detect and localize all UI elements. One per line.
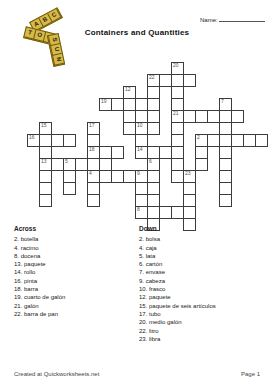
crossword-cell	[172, 123, 184, 135]
empty-space	[208, 63, 220, 75]
empty-space	[256, 195, 268, 207]
across-clues: Across 2. botella4. racimo8. docena13. p…	[14, 225, 134, 318]
clue-item: 22. litro	[139, 327, 269, 335]
name-field: Name:	[200, 15, 265, 23]
empty-space	[76, 207, 88, 219]
empty-space	[52, 183, 64, 195]
empty-space	[256, 75, 268, 87]
empty-space	[244, 123, 256, 135]
empty-space	[208, 99, 220, 111]
crossword-cell	[196, 111, 208, 123]
clue-item: 12. paquete	[139, 293, 269, 301]
crossword-cell: 22	[148, 75, 160, 87]
empty-space	[208, 75, 220, 87]
empty-space	[40, 99, 52, 111]
clue-item: 8. docena	[14, 252, 134, 260]
empty-space	[100, 63, 112, 75]
empty-space	[40, 207, 52, 219]
empty-space	[52, 207, 64, 219]
crossword-cell: 15	[40, 123, 52, 135]
crossword-cell	[112, 99, 124, 111]
empty-space	[64, 123, 76, 135]
empty-space	[208, 171, 220, 183]
clue-number: 18	[89, 147, 95, 152]
clue-item: 2. botella	[14, 235, 134, 243]
empty-space	[76, 195, 88, 207]
crossword-cell	[160, 147, 172, 159]
empty-space	[256, 147, 268, 159]
crossword-cell	[220, 111, 232, 123]
clue-item: 22. barra de pan	[14, 310, 134, 318]
crossword-table: 202212197211517101621814135649238	[27, 62, 268, 231]
empty-space	[256, 123, 268, 135]
crossword-cell	[124, 111, 136, 123]
down-clues: Down 2. bolsa4. caja5. lata6. cartón7. e…	[139, 225, 269, 343]
clue-item: 10. frasco	[139, 285, 269, 293]
clue-number: 10	[137, 123, 143, 128]
empty-space	[124, 135, 136, 147]
empty-space	[52, 63, 64, 75]
crossword-cell	[220, 195, 232, 207]
crossword-cell	[52, 135, 64, 147]
empty-space	[88, 87, 100, 99]
crossword-cell	[220, 135, 232, 147]
empty-space	[196, 87, 208, 99]
empty-space	[76, 171, 88, 183]
crossword-cell: 19	[100, 99, 112, 111]
crossword-cell	[112, 171, 124, 183]
crossword-cell: 18	[88, 147, 100, 159]
empty-space	[136, 87, 148, 99]
crossword-cell	[160, 75, 172, 87]
clue-number: 21	[173, 111, 179, 116]
empty-space	[124, 183, 136, 195]
crossword-cell	[64, 171, 76, 183]
crossword-cell: 7	[220, 99, 232, 111]
empty-space	[52, 147, 64, 159]
empty-space	[112, 159, 124, 171]
empty-space	[220, 207, 232, 219]
clue-number: 13	[41, 159, 47, 164]
crossword-cell	[76, 159, 88, 171]
name-label: Name:	[200, 17, 218, 23]
empty-space	[196, 123, 208, 135]
empty-space	[256, 87, 268, 99]
empty-space	[76, 87, 88, 99]
crossword-cell	[220, 183, 232, 195]
crossword-cell	[148, 111, 160, 123]
crossword-cell	[88, 183, 100, 195]
empty-space	[76, 147, 88, 159]
crossword-cell: 4	[88, 171, 100, 183]
crossword-cell	[232, 111, 244, 123]
empty-space	[184, 123, 196, 135]
empty-space	[160, 111, 172, 123]
empty-space	[220, 75, 232, 87]
empty-space	[208, 87, 220, 99]
crossword-cell	[148, 99, 160, 111]
crossword-cell	[148, 147, 160, 159]
empty-space	[76, 183, 88, 195]
crossword-cell	[184, 207, 196, 219]
empty-space	[256, 207, 268, 219]
clue-number: 5	[65, 159, 68, 164]
empty-space	[28, 75, 40, 87]
crossword-cell	[88, 159, 100, 171]
empty-space	[160, 123, 172, 135]
empty-space	[208, 207, 220, 219]
empty-space	[256, 63, 268, 75]
clue-number: 23	[185, 171, 191, 176]
empty-space	[196, 171, 208, 183]
clue-number: 14	[137, 147, 143, 152]
crossword-cell: 20	[172, 63, 184, 75]
crossword-cell	[40, 195, 52, 207]
empty-space	[28, 111, 40, 123]
crossword-cell: 16	[28, 135, 40, 147]
footer-page-number: Page 1	[241, 371, 260, 377]
empty-space	[112, 111, 124, 123]
crossword-cell	[40, 147, 52, 159]
crossword-cell	[172, 159, 184, 171]
empty-space	[28, 171, 40, 183]
empty-space	[100, 183, 112, 195]
clue-item: 2. bolsa	[139, 235, 269, 243]
crossword-cell	[160, 207, 172, 219]
crossword-cell	[148, 195, 160, 207]
crossword-cell	[256, 135, 268, 147]
clue-item: 18. barra	[14, 285, 134, 293]
empty-space	[88, 207, 100, 219]
clue-number: 2	[197, 135, 200, 140]
crossword-cell	[88, 135, 100, 147]
clue-number: 7	[221, 99, 224, 104]
crossword-cell	[136, 135, 148, 147]
crossword-cell	[184, 183, 196, 195]
crossword-cell	[184, 111, 196, 123]
crossword-cell: 5	[64, 159, 76, 171]
crossword-cell	[184, 195, 196, 207]
empty-space	[28, 183, 40, 195]
clue-item: 23. libra	[139, 335, 269, 343]
crossword-cell	[172, 207, 184, 219]
empty-space	[112, 123, 124, 135]
empty-space	[52, 195, 64, 207]
crossword-cell: 2	[196, 135, 208, 147]
empty-space	[112, 183, 124, 195]
empty-space	[232, 99, 244, 111]
empty-space	[232, 195, 244, 207]
empty-space	[100, 123, 112, 135]
empty-space	[76, 75, 88, 87]
empty-space	[100, 135, 112, 147]
empty-space	[112, 75, 124, 87]
empty-space	[232, 183, 244, 195]
clue-number: 12	[125, 87, 131, 92]
empty-space	[244, 195, 256, 207]
crossword-cell	[148, 123, 160, 135]
clue-item: 13. paquete	[14, 260, 134, 268]
empty-space	[124, 63, 136, 75]
crossword-cell	[124, 123, 136, 135]
empty-space	[244, 111, 256, 123]
empty-space	[160, 171, 172, 183]
empty-space	[40, 111, 52, 123]
empty-space	[160, 195, 172, 207]
page-title: Containers and Quantities	[0, 28, 274, 37]
empty-space	[184, 87, 196, 99]
empty-space	[64, 75, 76, 87]
crossword-cell	[172, 87, 184, 99]
empty-space	[124, 75, 136, 87]
clue-number: 19	[101, 99, 107, 104]
empty-space	[256, 171, 268, 183]
empty-space	[184, 159, 196, 171]
empty-space	[232, 147, 244, 159]
empty-space	[244, 183, 256, 195]
empty-space	[232, 123, 244, 135]
empty-space	[64, 207, 76, 219]
empty-space	[52, 171, 64, 183]
empty-space	[184, 99, 196, 111]
crossword-cell	[64, 183, 76, 195]
empty-space	[256, 183, 268, 195]
crossword-cell	[148, 207, 160, 219]
empty-space	[28, 159, 40, 171]
empty-space	[196, 207, 208, 219]
crossword-grid: 202212197211517101621814135649238	[27, 62, 268, 231]
empty-space	[52, 111, 64, 123]
crossword-cell	[100, 159, 112, 171]
clue-number: 16	[29, 135, 35, 140]
empty-space	[124, 207, 136, 219]
crossword-cell	[112, 147, 124, 159]
crossword-cell	[244, 135, 256, 147]
clue-item: 19. cuarto de galón	[14, 293, 134, 301]
empty-space	[40, 63, 52, 75]
empty-space	[220, 63, 232, 75]
crossword-cell	[172, 75, 184, 87]
empty-space	[100, 111, 112, 123]
crossword-cell	[100, 171, 112, 183]
empty-space	[88, 63, 100, 75]
crossword-cell	[220, 123, 232, 135]
empty-space	[76, 111, 88, 123]
clue-number: 17	[89, 123, 95, 128]
empty-space	[172, 195, 184, 207]
empty-space	[64, 195, 76, 207]
empty-space	[100, 195, 112, 207]
crossword-cell	[220, 171, 232, 183]
crossword-cell	[172, 99, 184, 111]
down-title: Down	[139, 225, 269, 233]
empty-space	[64, 111, 76, 123]
crossword-cell	[148, 183, 160, 195]
across-title: Across	[14, 225, 134, 233]
empty-space	[184, 147, 196, 159]
empty-space	[220, 87, 232, 99]
crossword-cell: 12	[124, 87, 136, 99]
empty-space	[28, 207, 40, 219]
crossword-cell	[172, 147, 184, 159]
clue-item: 5. lata	[139, 252, 269, 260]
empty-space	[100, 87, 112, 99]
crossword-cell	[52, 159, 64, 171]
empty-space	[52, 87, 64, 99]
empty-space	[160, 87, 172, 99]
crossword-cell	[40, 171, 52, 183]
empty-space	[256, 99, 268, 111]
empty-space	[232, 87, 244, 99]
empty-space	[136, 111, 148, 123]
crossword-cell	[232, 135, 244, 147]
empty-space	[208, 183, 220, 195]
crossword-cell	[172, 171, 184, 183]
clue-item: 15. paquete de seis artículos	[139, 302, 269, 310]
crossword-cell: 14	[136, 147, 148, 159]
empty-space	[208, 123, 220, 135]
crossword-cell: 9	[136, 171, 148, 183]
crossword-cell	[124, 171, 136, 183]
empty-space	[88, 99, 100, 111]
empty-space	[244, 99, 256, 111]
empty-space	[40, 87, 52, 99]
empty-space	[136, 63, 148, 75]
crossword-cell: 10	[136, 123, 148, 135]
crossword-cell: 23	[184, 171, 196, 183]
empty-space	[256, 159, 268, 171]
empty-space	[232, 171, 244, 183]
empty-space	[124, 147, 136, 159]
empty-space	[208, 159, 220, 171]
empty-space	[160, 183, 172, 195]
empty-space	[244, 75, 256, 87]
crossword-cell: 6	[148, 159, 160, 171]
clue-item: 16. pinta	[14, 277, 134, 285]
crossword-cell	[148, 171, 160, 183]
clue-number: 8	[137, 207, 140, 212]
clue-item: 9. cabeza	[139, 277, 269, 285]
clue-number: 15	[41, 123, 47, 128]
empty-space	[64, 99, 76, 111]
empty-space	[40, 75, 52, 87]
empty-space	[244, 207, 256, 219]
crossword-cell	[172, 135, 184, 147]
crossword-cell	[40, 183, 52, 195]
crossword-cell	[136, 183, 148, 195]
empty-space	[52, 99, 64, 111]
empty-space	[64, 147, 76, 159]
clue-item: 17. tubo	[139, 310, 269, 318]
empty-space	[256, 111, 268, 123]
empty-space	[160, 135, 172, 147]
crossword-cell	[136, 99, 148, 111]
empty-space	[136, 75, 148, 87]
empty-space	[28, 123, 40, 135]
empty-space	[244, 87, 256, 99]
empty-space	[232, 75, 244, 87]
empty-space	[52, 75, 64, 87]
clue-item: 14. rollo	[14, 268, 134, 276]
crossword-cell	[220, 147, 232, 159]
crossword-cell	[196, 159, 208, 171]
crossword-cell	[220, 159, 232, 171]
crossword-cell	[124, 99, 136, 111]
empty-space	[112, 135, 124, 147]
empty-space	[28, 99, 40, 111]
empty-space	[244, 63, 256, 75]
clue-number: 22	[149, 75, 155, 80]
clue-item: 21. galón	[14, 302, 134, 310]
empty-space	[88, 75, 100, 87]
empty-space	[208, 195, 220, 207]
crossword-cell	[148, 87, 160, 99]
empty-space	[196, 75, 208, 87]
empty-space	[148, 63, 160, 75]
crossword-logo: ABC TOY SUN	[22, 8, 84, 66]
empty-space	[64, 87, 76, 99]
clue-number: 4	[89, 171, 92, 176]
clue-item: 6. cartón	[139, 260, 269, 268]
empty-space	[160, 159, 172, 171]
empty-space	[232, 207, 244, 219]
empty-space	[112, 63, 124, 75]
crossword-cell	[40, 135, 52, 147]
empty-space	[196, 195, 208, 207]
empty-space	[196, 183, 208, 195]
empty-space	[76, 135, 88, 147]
empty-space	[76, 123, 88, 135]
empty-space	[244, 159, 256, 171]
empty-space	[196, 63, 208, 75]
clue-number: 6	[149, 159, 152, 164]
crossword-cell	[196, 147, 208, 159]
name-blank-line	[219, 15, 265, 22]
empty-space	[244, 147, 256, 159]
crossword-cell	[88, 195, 100, 207]
empty-space	[184, 135, 196, 147]
empty-space	[28, 195, 40, 207]
empty-space	[28, 63, 40, 75]
clue-item: 20. medio galón	[139, 318, 269, 326]
empty-space	[112, 195, 124, 207]
empty-space	[100, 75, 112, 87]
empty-space	[124, 195, 136, 207]
crossword-cell	[208, 135, 220, 147]
crossword-cell	[136, 195, 148, 207]
empty-space	[112, 207, 124, 219]
empty-space	[148, 135, 160, 147]
clue-item: 4. racimo	[14, 244, 134, 252]
empty-space	[208, 147, 220, 159]
clue-item: 4. caja	[139, 244, 269, 252]
crossword-cell	[184, 75, 196, 87]
empty-space	[184, 63, 196, 75]
empty-space	[28, 147, 40, 159]
empty-space	[124, 159, 136, 171]
empty-space	[160, 63, 172, 75]
clue-number: 20	[173, 63, 179, 68]
crossword-cell	[208, 111, 220, 123]
crossword-cell: 8	[136, 207, 148, 219]
clue-item: 7. envase	[139, 268, 269, 276]
empty-space	[232, 63, 244, 75]
crossword-cell	[100, 147, 112, 159]
empty-space	[160, 99, 172, 111]
footer-credit: Created at Quickworksheets.net	[14, 371, 99, 377]
clue-number: 9	[137, 171, 140, 176]
empty-space	[28, 87, 40, 99]
